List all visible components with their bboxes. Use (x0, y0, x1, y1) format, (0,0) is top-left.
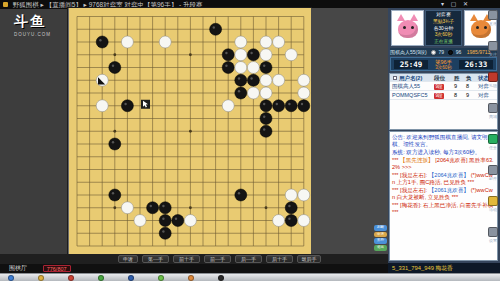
nav-button-5[interactable]: 后一手 (235, 255, 262, 263)
chat-segment: *** (392, 157, 400, 163)
col-header: 段位 (432, 74, 452, 81)
white-capture-count: 79 (438, 49, 444, 55)
nav-button-2[interactable]: 第一手 (142, 255, 169, 263)
match-info-line: 3次60秒 (426, 32, 461, 39)
chat-segment: 系统: 双方进入读秒, 每方3次60秒。 (392, 149, 480, 155)
chat-message: *** 【黑先连扳】 [2064兆欢喜] 黑胜率63.2% >>> (392, 157, 495, 171)
strip-item-礼物[interactable]: 礼物 (486, 72, 500, 88)
shield-icon[interactable] (128, 275, 134, 281)
col-header: 用户名(2) (390, 74, 432, 81)
strip-icon[interactable] (488, 103, 498, 113)
nav-button-7[interactable]: 最后手 (297, 255, 321, 263)
strip-label: 设置 (486, 238, 500, 243)
black-capture-count: 96 (456, 49, 462, 55)
match-info-panel: 对弈赛黑贴3¾子各30分钟3次60秒正在直播 (425, 10, 462, 46)
nav-button-1[interactable]: 申请 (118, 255, 138, 263)
capture-row: 围棋高人55(9段) 79 96 1985/9713 (390, 48, 497, 56)
byoyomi-label: 3次60秒 (429, 65, 458, 70)
sidebar-icon-strip: 直播关注礼物商城任务邮件活动设置 (486, 10, 500, 270)
chat-segment: 【黑先连扳】 (400, 157, 434, 163)
douyu-logo-sub: DOUYU.COM (14, 32, 51, 37)
record-icon[interactable] (68, 275, 74, 281)
minimize-icon[interactable]: ▾ (441, 1, 444, 7)
board-window (68, 8, 311, 254)
col-header: 负 (464, 74, 476, 81)
rank-badge: 9段 (434, 93, 444, 99)
strip-item-商城[interactable]: 商城 (486, 103, 500, 119)
strip-item-关注[interactable]: 关注 (486, 41, 500, 57)
board-side-buttons: 判断申请形势退出 (374, 225, 387, 252)
capture-left-name: 围棋高人55(9段) (390, 49, 427, 55)
strip-label: 关注 (486, 52, 500, 57)
chat-message: 公告: 欢迎来到野狐围棋直播间, 请文明观棋、理性发言。 (392, 134, 495, 148)
match-info-line: 黑贴3¾子 (426, 19, 461, 26)
player-cell: 9 (452, 82, 464, 90)
strip-label: 邮件 (486, 176, 500, 181)
clock-bar: 25:49 第96手 3次60秒 26:33 (390, 57, 497, 71)
players-table-header: 用户名(2)段位胜负状态 (390, 74, 497, 82)
frog-icon[interactable] (158, 275, 164, 281)
chat-message: *** [我是左右]: 【2064兆欢喜】 (*)wwCwn 上方1手, 圈C路… (392, 172, 495, 186)
os-taskbar (0, 273, 500, 281)
strip-icon[interactable] (488, 72, 498, 82)
strip-item-设置[interactable]: 设置 (486, 227, 500, 243)
app-icon (3, 2, 8, 7)
black-clock: 25:49 (394, 60, 428, 69)
close-icon[interactable]: ✕ (463, 1, 468, 7)
strip-icon[interactable] (488, 196, 498, 206)
hat-icon[interactable] (188, 275, 194, 281)
strip-icon[interactable] (488, 10, 498, 20)
strip-icon[interactable] (488, 134, 498, 144)
match-info-line: 正在直播 (426, 39, 461, 46)
chat-segment: *** [我是左右]: (392, 172, 429, 178)
browser-icon[interactable] (8, 275, 14, 281)
strip-icon[interactable] (488, 227, 498, 237)
strip-icon[interactable] (488, 41, 498, 51)
side-button-形势[interactable]: 形势 (374, 238, 387, 244)
black-player-avatar (391, 10, 424, 46)
chat-message: *** [我是左右]: 【2061兆欢喜】 (*)wwCwn 白大龙被断, 立见… (392, 187, 495, 201)
board-window-filler (311, 8, 388, 254)
side-button-申请[interactable]: 申请 (374, 232, 387, 238)
strip-label: 任务 (486, 145, 500, 150)
black-stone-icon (448, 50, 453, 55)
chat-segment: *** [我是左右]: (392, 187, 429, 193)
strip-label: 活动 (486, 207, 500, 212)
col-header: 胜 (452, 74, 464, 81)
strip-item-直播[interactable]: 直播 (486, 10, 500, 26)
player-cell: POMMQSFC5 (390, 91, 432, 99)
viewer-count-badge: 776/807 (43, 265, 71, 272)
folder-icon[interactable] (38, 275, 44, 281)
side-button-退出[interactable]: 退出 (374, 245, 387, 251)
strip-label: 直播 (486, 21, 500, 26)
window-title: 野狐围棋 ▸ 【直播间5】 ▸ 9768对弈室 对弈中【第96手】 - 升段赛 (13, 1, 203, 8)
go-board[interactable] (69, 8, 312, 254)
chat-segment: 公告: 欢迎来到野狐围棋直播间, 请文明观棋、理性发言。 (392, 134, 493, 147)
chat-message: *** [梅花香]: 右上黑已净活, 白需先手补棋 *** (392, 202, 495, 216)
player-cell: 围棋高人55 (390, 82, 432, 90)
select-all-checkbox[interactable] (393, 76, 397, 80)
move-counter: 第96手 3次60秒 (429, 59, 458, 70)
cd-icon[interactable] (218, 275, 224, 281)
chat-message: 系统: 双方进入读秒, 每方3次60秒。 (392, 149, 495, 156)
strip-item-邮件[interactable]: 邮件 (486, 165, 500, 181)
side-button-判断[interactable]: 判断 (374, 225, 387, 231)
player-row[interactable]: 围棋高人559段98对弈 (390, 82, 497, 91)
app-window: 野狐围棋 ▸ 【直播间5】 ▸ 9768对弈室 对弈中【第96手】 - 升段赛 … (0, 0, 500, 281)
strip-label: 商城 (486, 114, 500, 119)
move-nav-bar: 申请第一手前十手前一手后一手后十手最后手 (0, 254, 388, 264)
cat-avatar-icon (392, 11, 423, 45)
player-cell: 9段 (432, 91, 452, 99)
player-cell: 9 (464, 91, 476, 99)
qq-icon[interactable] (98, 275, 104, 281)
sidebar: 对弈赛黑贴3¾子各30分钟3次60秒正在直播 围棋高人55(9段) 79 96 … (388, 8, 500, 273)
chat-segment: *** [梅花香]: 右上黑已净活, 白需先手补棋 *** (392, 202, 493, 215)
rank-badge: 9段 (434, 84, 444, 90)
sidebar-bottom-strip: 5_331_794_949 梅花香 (388, 263, 500, 273)
match-info-line: 各30分钟 (426, 26, 461, 33)
status-bar: 围棋厅 776/807 (0, 264, 388, 273)
players-table: 用户名(2)段位胜负状态围棋高人559段98对弈POMMQSFC59段89对弈 (389, 73, 498, 130)
nav-button-4[interactable]: 前一手 (204, 255, 231, 263)
strip-item-活动[interactable]: 活动 (486, 196, 500, 212)
white-stone-icon (431, 50, 436, 55)
douyu-logo: 斗鱼 DOUYU.COM (14, 13, 51, 37)
player-cell: 9段 (432, 82, 452, 90)
douyu-logo-text: 斗鱼 (14, 13, 51, 31)
player-cell: 8 (452, 91, 464, 99)
chat-segment: 【2061兆欢喜】 (429, 187, 469, 193)
strip-label: 礼物 (486, 83, 500, 88)
nav-button-3[interactable]: 前十手 (173, 255, 200, 263)
restore-icon[interactable]: ▢ (451, 1, 457, 7)
player-row[interactable]: POMMQSFC59段89对弈 (390, 91, 497, 100)
chat-panel: 公告: 欢迎来到野狐围棋直播间, 请文明观棋、理性发言。系统: 双方进入读秒, … (389, 131, 498, 261)
match-info-line: 对弈赛 (426, 12, 461, 19)
player-cell: 8 (464, 82, 476, 90)
chat-segment: 【2064兆欢喜】 (429, 172, 469, 178)
room-label: 围棋厅 (9, 265, 27, 271)
strip-icon[interactable] (488, 165, 498, 175)
strip-item-任务[interactable]: 任务 (486, 134, 500, 150)
nav-button-6[interactable]: 后十手 (266, 255, 293, 263)
